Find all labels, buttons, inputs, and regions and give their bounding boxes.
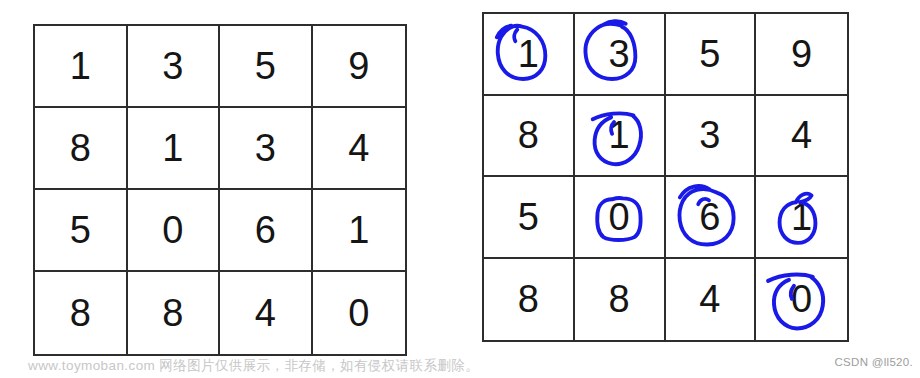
right-cell-2-2: 6 [666,177,757,259]
cell-number: 8 [70,294,91,332]
cell-number: 0 [162,211,183,249]
left-cell-3-3: 0 [313,272,406,354]
right-cell-3-3: 0 [756,259,847,341]
left-cell-2-2: 6 [220,190,313,272]
cell-number: 3 [699,116,720,154]
left-cell-3-2: 4 [220,272,313,354]
right-cell-0-1: 3 [575,14,666,96]
cell-number: 4 [699,280,720,318]
right-cell-3-2: 4 [666,259,757,341]
cell-number: 8 [518,280,539,318]
cell-number: 0 [609,198,630,236]
right-cell-0-3: 9 [756,14,847,96]
right-cell-1-1: 1 [575,96,666,178]
cell-number: 5 [699,35,720,73]
right-cell-1-2: 3 [666,96,757,178]
cell-number: 5 [518,198,539,236]
right-cell-2-0: 5 [484,177,575,259]
cell-number: 0 [791,280,812,318]
cell-number: 4 [348,129,369,167]
cell-number: 9 [348,47,369,85]
left-cell-2-0: 5 [35,190,128,272]
cell-number: 3 [162,47,183,85]
cell-number: 1 [348,211,369,249]
left-cell-2-1: 0 [128,190,221,272]
left-cell-0-1: 3 [128,26,221,108]
right-cell-3-1: 8 [575,259,666,341]
cell-number: 4 [255,294,276,332]
left-cell-1-0: 8 [35,108,128,190]
left-cell-3-0: 8 [35,272,128,354]
cell-number: 1 [518,35,539,73]
left-cell-1-3: 4 [313,108,406,190]
cell-number: 8 [162,294,183,332]
left-cell-0-2: 5 [220,26,313,108]
left-cell-0-3: 9 [313,26,406,108]
cell-number: 6 [255,211,276,249]
left-cell-2-3: 1 [313,190,406,272]
cell-number: 9 [791,35,812,73]
cell-number: 0 [348,294,369,332]
cell-number: 5 [255,47,276,85]
cell-number: 8 [518,116,539,154]
cell-number: 5 [70,211,91,249]
cell-number: 8 [70,129,91,167]
cell-number: 1 [609,116,630,154]
left-cell-0-0: 1 [35,26,128,108]
left-cell-3-1: 8 [128,272,221,354]
left-number-grid: 1 3 5 9 8 1 3 4 5 0 6 1 8 8 4 0 [33,24,407,356]
cell-number: 6 [699,198,720,236]
cell-number: 8 [609,280,630,318]
right-annotated-grid: 1 3 5 9 8 1 3 4 5 0 6 1 8 [482,12,849,342]
right-cell-0-2: 5 [666,14,757,96]
cell-number: 1 [162,129,183,167]
right-cell-1-0: 8 [484,96,575,178]
cell-number: 3 [609,35,630,73]
right-cell-2-1: 0 [575,177,666,259]
watermark-left: www.toymoban.com 网络图片仅供展示，非存储，如有侵权请联系删除。 [28,357,479,375]
right-cell-3-0: 8 [484,259,575,341]
left-cell-1-2: 3 [220,108,313,190]
cell-number: 1 [791,198,812,236]
right-cell-2-3: 1 [756,177,847,259]
watermark-right: CSDN @ll520. [834,356,913,368]
right-cell-1-3: 4 [756,96,847,178]
cell-number: 3 [255,129,276,167]
left-cell-1-1: 1 [128,108,221,190]
right-cell-0-0: 1 [484,14,575,96]
cell-number: 4 [791,116,812,154]
cell-number: 1 [70,47,91,85]
